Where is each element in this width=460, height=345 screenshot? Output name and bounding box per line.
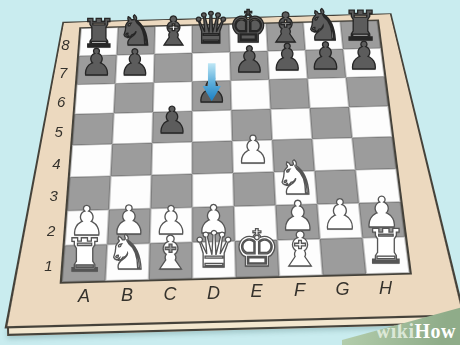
piece-white-knight-b1[interactable]: ♞ xyxy=(106,229,149,277)
piece-black-queen-d8[interactable]: ♛ xyxy=(192,7,231,50)
file-label-e: E xyxy=(250,281,263,302)
square-b6[interactable] xyxy=(114,83,154,114)
piece-white-queen-d1[interactable]: ♛ xyxy=(192,225,237,275)
piece-black-pawn-f7[interactable]: ♟ xyxy=(271,40,304,77)
piece-white-rook-a1[interactable]: ♜ xyxy=(64,233,105,278)
square-h5[interactable] xyxy=(349,106,392,138)
file-label-b: B xyxy=(121,284,134,305)
piece-white-king-e1[interactable]: ♚ xyxy=(234,223,280,274)
square-b5[interactable] xyxy=(112,112,153,144)
piece-white-bishop-f1[interactable]: ♝ xyxy=(278,225,321,273)
rank-label-7: 7 xyxy=(59,63,68,80)
square-f5[interactable] xyxy=(271,108,313,140)
file-label-h: H xyxy=(379,278,393,299)
piece-white-bishop-c1[interactable]: ♝ xyxy=(150,230,191,276)
square-d4[interactable] xyxy=(192,141,233,174)
square-a4[interactable] xyxy=(70,144,112,177)
rank-label-1: 1 xyxy=(44,257,53,274)
square-g4[interactable] xyxy=(312,138,355,171)
piece-black-pawn-b7[interactable]: ♟ xyxy=(119,45,151,81)
square-c4[interactable] xyxy=(151,142,192,175)
square-a5[interactable] xyxy=(72,113,114,145)
piece-black-bishop-c8[interactable]: ♝ xyxy=(155,11,191,51)
square-b4[interactable] xyxy=(111,143,153,176)
rank-label-3: 3 xyxy=(50,187,59,204)
square-g6[interactable] xyxy=(307,78,348,109)
scene: ABCDEFGH87654321 ♜♞♝♛♚♝♞♜♟♟♟♟♟♟♟♟♟♞♟♟♟♟♟… xyxy=(0,0,460,345)
piece-white-pawn-g2[interactable]: ♟ xyxy=(321,194,358,236)
square-g5[interactable] xyxy=(310,107,352,139)
file-label-f: F xyxy=(294,280,306,301)
piece-black-pawn-e7[interactable]: ♟ xyxy=(233,42,265,78)
square-e6[interactable] xyxy=(231,80,271,111)
piece-black-pawn-c5[interactable]: ♟ xyxy=(156,103,189,140)
square-h4[interactable] xyxy=(352,137,396,170)
piece-black-pawn-g7[interactable]: ♟ xyxy=(309,38,343,75)
watermark-how: How xyxy=(415,320,457,342)
rank-label-8: 8 xyxy=(61,35,70,52)
square-h6[interactable] xyxy=(346,77,388,108)
rank-label-6: 6 xyxy=(57,92,66,109)
square-d5[interactable] xyxy=(192,110,232,142)
piece-white-pawn-e4[interactable]: ♟ xyxy=(236,131,270,169)
rank-label-2: 2 xyxy=(47,221,56,238)
piece-black-pawn-a7[interactable]: ♟ xyxy=(80,45,113,82)
rank-label-5: 5 xyxy=(55,123,64,140)
square-e3[interactable] xyxy=(233,172,276,206)
piece-black-pawn-h7[interactable]: ♟ xyxy=(347,37,381,75)
square-c7[interactable] xyxy=(154,53,192,83)
piece-white-rook-h1[interactable]: ♜ xyxy=(365,223,407,270)
square-a6[interactable] xyxy=(75,84,116,115)
rank-label-4: 4 xyxy=(52,154,61,171)
square-f6[interactable] xyxy=(269,79,310,110)
file-label-g: G xyxy=(335,279,350,300)
file-label-d: D xyxy=(207,282,221,303)
file-label-a: A xyxy=(78,285,91,306)
file-label-c: C xyxy=(164,283,178,304)
square-g1[interactable] xyxy=(320,238,366,275)
